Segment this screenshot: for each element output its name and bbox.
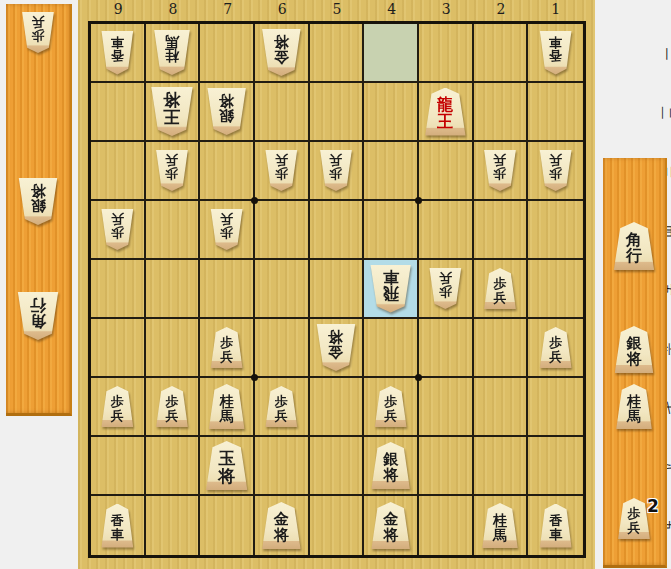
file-label-3: 3 [442,2,451,16]
file-label-2: 2 [497,2,506,16]
board-square-4-5[interactable]: 飛車 [364,260,419,319]
board-square-4-4[interactable] [364,201,419,260]
board-square-9-8[interactable] [91,437,146,496]
board-square-9-4[interactable]: 歩兵 [91,201,146,260]
board-square-2-8[interactable] [474,437,529,496]
piece-kanji: 歩兵 [111,212,124,239]
piece-kanji: 歩兵 [220,212,233,239]
board-square-6-5[interactable] [255,260,310,319]
board-square-3-6[interactable] [419,319,474,378]
board-square-4-9[interactable]: 金将 [364,496,419,555]
gote-hand-tray: 歩兵銀将角行 [6,4,72,416]
sente-lance[interactable]: 香車 [539,504,572,548]
gote-hand-slot: 角行 [17,292,59,340]
board-square-2-1[interactable] [474,24,529,83]
rank-label-1: 一 [660,46,671,62]
board-square-6-4[interactable] [255,201,310,260]
board-square-8-6[interactable] [146,319,201,378]
board-square-3-3[interactable] [419,142,474,201]
piece-kanji: 歩兵 [275,395,288,422]
piece-kanji: 銀将 [627,336,642,367]
board-square-1-6[interactable]: 歩兵 [528,319,583,378]
board-square-1-2[interactable] [528,83,583,142]
board-square-9-7[interactable]: 歩兵 [91,378,146,437]
piece-kanji: 香車 [111,514,124,541]
board-square-9-6[interactable] [91,319,146,378]
sente-pawn[interactable]: 歩兵 [374,386,407,427]
piece-kanji: 歩兵 [384,395,397,422]
piece-kanji: 王将 [163,90,180,125]
board-square-3-2[interactable]: 龍王 [419,83,474,142]
sente-hand-tray: 角行銀将桂馬歩兵2 [603,158,667,568]
board-square-7-7[interactable]: 桂馬 [200,378,255,437]
board-square-2-4[interactable] [474,201,529,260]
rank-label-2: 二 [660,105,671,121]
gote-rook[interactable]: 飛車 [370,265,412,313]
sente-hand-slot: 角行 [613,222,655,270]
gote-lance[interactable]: 香車 [539,31,572,75]
board-square-6-1[interactable]: 金将 [255,24,310,83]
board-square-7-1[interactable] [200,24,255,83]
gote-gold[interactable]: 金将 [261,29,301,76]
board-square-1-4[interactable] [528,201,583,260]
board-square-5-1[interactable] [310,24,365,83]
board-square-2-5[interactable]: 歩兵 [474,260,529,319]
board-square-7-2[interactable]: 銀将 [200,83,255,142]
board-square-5-9[interactable] [310,496,365,555]
board-square-9-5[interactable] [91,260,146,319]
piece-kanji: 桂馬 [493,513,507,542]
board-square-8-7[interactable]: 歩兵 [146,378,201,437]
sente-silver[interactable]: 銀将 [371,442,411,489]
gote-pawn[interactable]: 歩兵 [210,209,243,250]
gote-pawn[interactable]: 歩兵 [319,150,352,191]
piece-kanji: 龍王 [437,97,453,130]
board-square-9-3[interactable] [91,142,146,201]
gote-bishop[interactable]: 角行 [17,292,59,340]
piece-kanji: 金将 [274,512,289,543]
piece-kanji: 歩兵 [439,271,452,298]
board-grid: 香車桂馬金将香車王将銀将龍王歩兵歩兵歩兵歩兵歩兵歩兵歩兵飛車歩兵歩兵歩兵金将歩兵… [88,21,586,558]
gote-hand-slot: 銀将 [18,178,58,225]
sente-bishop[interactable]: 角行 [613,222,655,270]
piece-kanji: 角行 [30,296,46,329]
gote-king[interactable]: 王将 [150,87,193,136]
board-square-9-1[interactable]: 香車 [91,24,146,83]
board-square-3-1[interactable] [419,24,474,83]
board-square-8-3[interactable]: 歩兵 [146,142,201,201]
sente-lance[interactable]: 香車 [101,504,134,548]
sente-hand-slot: 銀将 [614,326,654,373]
file-label-1: 1 [551,2,560,16]
piece-kanji: 歩兵 [493,277,506,304]
file-label-7: 7 [223,2,232,16]
board-square-5-8[interactable] [310,437,365,496]
board-square-1-1[interactable]: 香車 [528,24,583,83]
board-square-6-9[interactable]: 金将 [255,496,310,555]
piece-kanji: 歩兵 [165,153,178,180]
sente-king[interactable]: 玉将 [205,441,248,490]
piece-kanji: 歩兵 [329,153,342,180]
piece-kanji: 桂馬 [627,394,641,423]
gote-pawn[interactable]: 歩兵 [539,150,572,191]
sente-pawn[interactable]: 歩兵 [265,386,298,427]
sente-knight[interactable]: 桂馬 [481,503,518,548]
piece-kanji: 歩兵 [32,15,45,42]
board-square-6-6[interactable] [255,319,310,378]
board-square-4-7[interactable]: 歩兵 [364,378,419,437]
board-square-2-7[interactable] [474,378,529,437]
file-label-8: 8 [169,2,178,16]
hand-piece-count: 2 [647,496,659,516]
board-square-5-4[interactable] [310,201,365,260]
gote-pawn[interactable]: 歩兵 [101,209,134,250]
board-square-8-9[interactable] [146,496,201,555]
piece-kanji: 桂馬 [220,394,234,423]
board-square-7-4[interactable]: 歩兵 [200,201,255,260]
hoshi-dot [251,197,258,204]
piece-kanji: 歩兵 [549,336,562,363]
board-square-1-7[interactable] [528,378,583,437]
gote-lance[interactable]: 香車 [101,31,134,75]
board-square-6-8[interactable] [255,437,310,496]
gote-pawn[interactable]: 歩兵 [483,150,516,191]
board-square-7-9[interactable] [200,496,255,555]
sente-silver[interactable]: 銀将 [614,326,654,373]
board-square-1-9[interactable]: 香車 [528,496,583,555]
board-square-2-2[interactable] [474,83,529,142]
board-square-5-6[interactable]: 金将 [310,319,365,378]
piece-kanji: 銀将 [31,182,46,213]
gote-knight[interactable]: 桂馬 [153,30,190,75]
board-square-4-1[interactable] [364,24,419,83]
board-square-3-9[interactable] [419,496,474,555]
piece-kanji: 玉将 [218,450,235,485]
hoshi-dot [415,374,422,381]
sente-knight[interactable]: 桂馬 [208,384,245,429]
piece-kanji: 金将 [274,33,289,64]
file-label-4: 4 [387,2,396,16]
sente-hand-slot: 桂馬 [616,384,653,429]
sente-gold[interactable]: 金将 [371,502,411,549]
board-square-8-5[interactable] [146,260,201,319]
board-square-7-5[interactable] [200,260,255,319]
board-square-5-3[interactable]: 歩兵 [310,142,365,201]
board-square-7-6[interactable]: 歩兵 [200,319,255,378]
board-square-3-7[interactable] [419,378,474,437]
piece-kanji: 金将 [328,328,343,359]
gote-hand-slot: 歩兵 [22,12,55,53]
board-square-5-2[interactable] [310,83,365,142]
gote-gold[interactable]: 金将 [316,324,356,371]
sente-promoted-rook[interactable]: 龍王 [424,88,466,136]
gote-silver[interactable]: 銀将 [207,88,247,135]
board-square-9-9[interactable]: 香車 [91,496,146,555]
board-square-2-3[interactable]: 歩兵 [474,142,529,201]
board-panel: 987654321 香車桂馬金将香車王将銀将龍王歩兵歩兵歩兵歩兵歩兵歩兵歩兵飛車… [78,0,595,569]
board-square-9-2[interactable] [91,83,146,142]
board-square-3-4[interactable] [419,201,474,260]
piece-kanji: 桂馬 [165,34,179,63]
sente-knight[interactable]: 桂馬 [616,384,653,429]
piece-kanji: 歩兵 [628,507,641,534]
board-square-8-4[interactable] [146,201,201,260]
sente-pawn[interactable]: 歩兵 [618,498,651,539]
piece-kanji: 銀将 [219,92,234,123]
piece-kanji: 飛車 [383,268,399,301]
piece-kanji: 歩兵 [220,336,233,363]
piece-kanji: 銀将 [383,452,398,483]
board-square-2-6[interactable] [474,319,529,378]
sente-pawn[interactable]: 歩兵 [483,268,516,309]
piece-kanji: 香車 [111,35,124,62]
board-square-4-3[interactable] [364,142,419,201]
piece-kanji: 香車 [549,514,562,541]
hoshi-dot [251,374,258,381]
piece-kanji: 歩兵 [111,395,124,422]
sente-gold[interactable]: 金将 [261,502,301,549]
sente-pawn[interactable]: 歩兵 [101,386,134,427]
sente-pawn[interactable]: 歩兵 [539,327,572,368]
board-square-1-8[interactable] [528,437,583,496]
board-square-7-8[interactable]: 玉将 [200,437,255,496]
gote-silver[interactable]: 銀将 [18,178,58,225]
board-square-1-5[interactable] [528,260,583,319]
sente-pawn[interactable]: 歩兵 [155,386,188,427]
sente-pawn[interactable]: 歩兵 [210,327,243,368]
board-square-3-5[interactable]: 歩兵 [419,260,474,319]
board-square-8-1[interactable]: 桂馬 [146,24,201,83]
board-square-5-7[interactable] [310,378,365,437]
board-square-5-5[interactable] [310,260,365,319]
gote-pawn[interactable]: 歩兵 [265,150,298,191]
board-square-4-8[interactable]: 銀将 [364,437,419,496]
hoshi-dot [415,197,422,204]
sente-hand-slot: 歩兵 [618,498,651,539]
board-square-4-6[interactable] [364,319,419,378]
gote-pawn[interactable]: 歩兵 [429,268,462,309]
board-square-3-8[interactable] [419,437,474,496]
piece-kanji: 歩兵 [493,153,506,180]
board-square-8-8[interactable] [146,437,201,496]
piece-kanji: 歩兵 [549,153,562,180]
board-square-2-9[interactable]: 桂馬 [474,496,529,555]
gote-pawn[interactable]: 歩兵 [155,150,188,191]
piece-kanji: 歩兵 [165,395,178,422]
gote-pawn[interactable]: 歩兵 [22,12,55,53]
board-square-6-2[interactable] [255,83,310,142]
board-square-6-3[interactable]: 歩兵 [255,142,310,201]
board-square-7-3[interactable] [200,142,255,201]
board-square-4-2[interactable] [364,83,419,142]
file-label-6: 6 [278,2,287,16]
piece-kanji: 香車 [549,35,562,62]
board-square-6-7[interactable]: 歩兵 [255,378,310,437]
board-square-1-3[interactable]: 歩兵 [528,142,583,201]
board-square-8-2[interactable]: 王将 [146,83,201,142]
piece-kanji: 金将 [383,512,398,543]
file-label-5: 5 [333,2,342,16]
piece-kanji: 歩兵 [275,153,288,180]
piece-kanji: 角行 [626,232,642,265]
file-label-9: 9 [114,2,123,16]
